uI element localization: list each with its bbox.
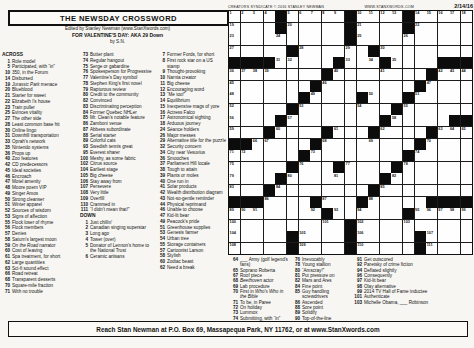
grid-cell[interactable] bbox=[264, 173, 275, 184]
grid-cell[interactable] bbox=[322, 34, 333, 45]
grid-cell[interactable]: 29 bbox=[345, 46, 356, 57]
grid-cell[interactable] bbox=[345, 139, 356, 150]
grid-cell[interactable] bbox=[426, 150, 437, 161]
grid-cell[interactable] bbox=[438, 162, 449, 173]
grid-cell[interactable] bbox=[403, 231, 414, 242]
grid-cell[interactable]: 80 bbox=[287, 173, 298, 184]
grid-cell[interactable] bbox=[380, 150, 391, 161]
grid-cell[interactable] bbox=[252, 81, 263, 92]
grid-cell[interactable] bbox=[299, 208, 310, 219]
grid-cell[interactable] bbox=[252, 243, 263, 254]
grid-cell[interactable] bbox=[333, 23, 344, 34]
grid-cell[interactable] bbox=[299, 69, 310, 80]
grid-cell[interactable] bbox=[368, 69, 379, 80]
grid-cell[interactable] bbox=[310, 69, 321, 80]
grid-cell[interactable] bbox=[415, 46, 426, 57]
grid-cell[interactable] bbox=[333, 92, 344, 103]
grid-cell[interactable] bbox=[345, 185, 356, 196]
grid-cell[interactable] bbox=[391, 23, 402, 34]
grid-cell[interactable]: 20 bbox=[287, 23, 298, 34]
grid-cell[interactable] bbox=[426, 185, 437, 196]
grid-cell[interactable]: 92 bbox=[310, 208, 321, 219]
grid-cell[interactable] bbox=[333, 34, 344, 45]
grid-cell[interactable] bbox=[380, 23, 391, 34]
grid-cell[interactable] bbox=[252, 162, 263, 173]
grid-cell[interactable] bbox=[287, 220, 298, 231]
grid-cell[interactable] bbox=[357, 46, 368, 57]
grid-cell[interactable] bbox=[322, 231, 333, 242]
grid-cell[interactable]: 62 bbox=[380, 127, 391, 138]
grid-cell[interactable]: 67 bbox=[264, 139, 275, 150]
grid-cell[interactable]: 13 bbox=[391, 11, 402, 22]
grid-cell[interactable] bbox=[275, 46, 286, 57]
grid-cell[interactable] bbox=[461, 243, 472, 254]
grid-cell[interactable]: 34 bbox=[368, 57, 379, 68]
grid-cell[interactable] bbox=[310, 23, 321, 34]
grid-cell[interactable] bbox=[310, 46, 321, 57]
grid-cell[interactable] bbox=[241, 127, 252, 138]
grid-cell[interactable] bbox=[368, 23, 379, 34]
grid-cell[interactable] bbox=[310, 243, 321, 254]
grid-cell[interactable] bbox=[368, 208, 379, 219]
grid-cell[interactable] bbox=[252, 23, 263, 34]
grid-cell[interactable]: 31 bbox=[275, 57, 286, 68]
grid-cell[interactable] bbox=[322, 173, 333, 184]
grid-cell[interactable] bbox=[380, 162, 391, 173]
grid-cell[interactable] bbox=[275, 220, 286, 231]
grid-cell[interactable] bbox=[264, 34, 275, 45]
grid-cell[interactable] bbox=[241, 81, 252, 92]
grid-cell[interactable] bbox=[403, 46, 414, 57]
grid-cell[interactable] bbox=[403, 139, 414, 150]
grid-cell[interactable] bbox=[380, 139, 391, 150]
grid-cell[interactable]: 81 bbox=[333, 173, 344, 184]
grid-cell[interactable] bbox=[287, 34, 298, 45]
grid-cell[interactable]: 23 bbox=[229, 34, 240, 45]
grid-cell[interactable]: 45 bbox=[229, 81, 240, 92]
grid-cell[interactable] bbox=[449, 92, 460, 103]
grid-cell[interactable] bbox=[368, 104, 379, 115]
grid-cell[interactable] bbox=[241, 220, 252, 231]
grid-cell[interactable] bbox=[252, 150, 263, 161]
grid-cell[interactable] bbox=[438, 220, 449, 231]
grid-cell[interactable] bbox=[426, 92, 437, 103]
grid-cell[interactable] bbox=[275, 81, 286, 92]
grid-cell[interactable] bbox=[368, 81, 379, 92]
grid-cell[interactable] bbox=[310, 173, 321, 184]
grid-cell[interactable]: 97 bbox=[438, 208, 449, 219]
grid-cell[interactable] bbox=[438, 46, 449, 57]
grid-cell[interactable]: 82 bbox=[391, 173, 402, 184]
grid-cell[interactable]: 32 bbox=[287, 57, 298, 68]
grid-cell[interactable] bbox=[345, 92, 356, 103]
grid-cell[interactable]: 44 bbox=[461, 69, 472, 80]
grid-cell[interactable] bbox=[415, 69, 426, 80]
grid-cell[interactable] bbox=[461, 34, 472, 45]
grid-cell[interactable] bbox=[275, 243, 286, 254]
grid-cell[interactable]: 99 bbox=[461, 208, 472, 219]
grid-cell[interactable] bbox=[380, 197, 391, 208]
grid-cell[interactable] bbox=[368, 173, 379, 184]
grid-cell[interactable] bbox=[415, 220, 426, 231]
grid-cell[interactable] bbox=[275, 92, 286, 103]
grid-cell[interactable]: 94 bbox=[357, 208, 368, 219]
grid-cell[interactable] bbox=[449, 81, 460, 92]
grid-cell[interactable] bbox=[461, 104, 472, 115]
grid-cell[interactable] bbox=[241, 115, 252, 126]
grid-cell[interactable] bbox=[438, 150, 449, 161]
grid-cell[interactable] bbox=[438, 231, 449, 242]
grid-cell[interactable]: 105 bbox=[299, 231, 310, 242]
grid-cell[interactable] bbox=[264, 150, 275, 161]
grid-cell[interactable] bbox=[357, 115, 368, 126]
grid-cell[interactable] bbox=[403, 127, 414, 138]
grid-cell[interactable]: 36 bbox=[229, 69, 240, 80]
grid-cell[interactable]: 108 bbox=[229, 243, 240, 254]
grid-cell[interactable] bbox=[368, 34, 379, 45]
grid-cell[interactable] bbox=[310, 185, 321, 196]
grid-cell[interactable] bbox=[345, 208, 356, 219]
grid-cell[interactable] bbox=[345, 197, 356, 208]
grid-cell[interactable] bbox=[415, 127, 426, 138]
grid-cell[interactable] bbox=[252, 231, 263, 242]
grid-cell[interactable]: 30 bbox=[380, 46, 391, 57]
grid-cell[interactable] bbox=[403, 69, 414, 80]
grid-cell[interactable] bbox=[438, 34, 449, 45]
grid-cell[interactable]: 48 bbox=[229, 92, 240, 103]
grid-cell[interactable] bbox=[357, 127, 368, 138]
grid-cell[interactable] bbox=[426, 173, 437, 184]
grid-cell[interactable] bbox=[391, 208, 402, 219]
grid-cell[interactable]: 18 bbox=[461, 11, 472, 22]
grid-cell[interactable]: 10 bbox=[357, 11, 368, 22]
grid-cell[interactable]: 88 bbox=[368, 197, 379, 208]
grid-cell[interactable] bbox=[287, 208, 298, 219]
grid-cell[interactable] bbox=[380, 104, 391, 115]
grid-cell[interactable]: 111 bbox=[426, 243, 437, 254]
grid-cell[interactable] bbox=[449, 139, 460, 150]
grid-cell[interactable]: 42 bbox=[438, 69, 449, 80]
grid-cell[interactable]: 59 bbox=[229, 127, 240, 138]
grid-cell[interactable] bbox=[345, 115, 356, 126]
grid-cell[interactable] bbox=[415, 162, 426, 173]
grid-cell[interactable]: 17 bbox=[449, 11, 460, 22]
grid-cell[interactable] bbox=[275, 69, 286, 80]
grid-cell[interactable] bbox=[264, 162, 275, 173]
grid-cell[interactable]: 15 bbox=[426, 11, 437, 22]
grid-cell[interactable] bbox=[461, 139, 472, 150]
grid-cell[interactable]: 26 bbox=[403, 34, 414, 45]
grid-cell[interactable]: 47 bbox=[426, 81, 437, 92]
grid-cell[interactable] bbox=[449, 162, 460, 173]
grid-cell[interactable] bbox=[241, 34, 252, 45]
grid-cell[interactable]: 6 bbox=[299, 11, 310, 22]
grid-cell[interactable] bbox=[438, 115, 449, 126]
grid-cell[interactable] bbox=[438, 23, 449, 34]
grid-cell[interactable] bbox=[449, 243, 460, 254]
grid-cell[interactable]: 103 bbox=[403, 220, 414, 231]
grid-cell[interactable] bbox=[287, 81, 298, 92]
grid-cell[interactable] bbox=[299, 81, 310, 92]
grid-cell[interactable]: 43 bbox=[449, 69, 460, 80]
grid-cell[interactable] bbox=[322, 185, 333, 196]
grid-cell[interactable] bbox=[391, 231, 402, 242]
grid-cell[interactable] bbox=[333, 104, 344, 115]
grid-cell[interactable] bbox=[299, 173, 310, 184]
grid-cell[interactable]: 84 bbox=[275, 185, 286, 196]
grid-cell[interactable] bbox=[310, 231, 321, 242]
grid-cell[interactable] bbox=[252, 185, 263, 196]
grid-cell[interactable]: 66 bbox=[252, 139, 263, 150]
grid-cell[interactable] bbox=[461, 231, 472, 242]
grid-cell[interactable]: 7 bbox=[310, 11, 321, 22]
grid-cell[interactable]: 57 bbox=[287, 115, 298, 126]
grid-cell[interactable]: 8 bbox=[322, 11, 333, 22]
grid-cell[interactable] bbox=[449, 220, 460, 231]
grid-cell[interactable]: 96 bbox=[426, 208, 437, 219]
grid-cell[interactable]: 89 bbox=[229, 208, 240, 219]
grid-cell[interactable] bbox=[345, 104, 356, 115]
grid-cell[interactable] bbox=[264, 220, 275, 231]
grid-cell[interactable] bbox=[299, 115, 310, 126]
grid-cell[interactable] bbox=[275, 150, 286, 161]
grid-cell[interactable] bbox=[333, 220, 344, 231]
grid-cell[interactable]: 61 bbox=[333, 127, 344, 138]
grid-cell[interactable] bbox=[299, 34, 310, 45]
grid-cell[interactable] bbox=[275, 162, 286, 173]
grid-cell[interactable]: 65 bbox=[461, 127, 472, 138]
grid-cell[interactable] bbox=[391, 139, 402, 150]
grid-cell[interactable]: 12 bbox=[380, 11, 391, 22]
grid-cell[interactable] bbox=[449, 46, 460, 57]
grid-cell[interactable] bbox=[287, 185, 298, 196]
grid-cell[interactable] bbox=[310, 115, 321, 126]
grid-cell[interactable] bbox=[403, 57, 414, 68]
grid-cell[interactable] bbox=[299, 220, 310, 231]
grid-cell[interactable] bbox=[368, 243, 379, 254]
grid-cell[interactable]: 5 bbox=[287, 11, 298, 22]
grid-cell[interactable] bbox=[461, 46, 472, 57]
grid-cell[interactable] bbox=[322, 92, 333, 103]
grid-cell[interactable] bbox=[264, 243, 275, 254]
grid-cell[interactable] bbox=[368, 231, 379, 242]
grid-cell[interactable] bbox=[322, 57, 333, 68]
grid-cell[interactable] bbox=[345, 69, 356, 80]
crossword-grid[interactable]: 1234567891011121314151617181920212223242… bbox=[228, 10, 473, 255]
grid-cell[interactable] bbox=[252, 173, 263, 184]
grid-cell[interactable] bbox=[287, 92, 298, 103]
grid-cell[interactable]: 98 bbox=[449, 208, 460, 219]
grid-cell[interactable] bbox=[449, 150, 460, 161]
grid-cell[interactable] bbox=[449, 173, 460, 184]
grid-cell[interactable] bbox=[264, 231, 275, 242]
grid-cell[interactable]: 101 bbox=[322, 220, 333, 231]
grid-cell[interactable] bbox=[461, 185, 472, 196]
grid-cell[interactable] bbox=[426, 46, 437, 57]
grid-cell[interactable] bbox=[391, 127, 402, 138]
grid-cell[interactable] bbox=[357, 69, 368, 80]
grid-cell[interactable] bbox=[287, 150, 298, 161]
grid-cell[interactable] bbox=[264, 92, 275, 103]
grid-cell[interactable] bbox=[391, 220, 402, 231]
grid-cell[interactable] bbox=[345, 173, 356, 184]
grid-cell[interactable]: 38 bbox=[252, 69, 263, 80]
grid-cell[interactable] bbox=[287, 197, 298, 208]
grid-cell[interactable]: 100 bbox=[229, 220, 240, 231]
grid-cell[interactable] bbox=[438, 92, 449, 103]
grid-cell[interactable]: 85 bbox=[380, 185, 391, 196]
grid-cell[interactable] bbox=[241, 162, 252, 173]
grid-cell[interactable] bbox=[368, 150, 379, 161]
grid-cell[interactable]: 54 bbox=[357, 104, 368, 115]
grid-cell[interactable]: 56 bbox=[229, 115, 240, 126]
grid-cell[interactable] bbox=[264, 115, 275, 126]
grid-cell[interactable]: 24 bbox=[275, 34, 286, 45]
grid-cell[interactable] bbox=[357, 57, 368, 68]
grid-cell[interactable] bbox=[426, 115, 437, 126]
grid-cell[interactable] bbox=[426, 220, 437, 231]
grid-cell[interactable] bbox=[438, 81, 449, 92]
grid-cell[interactable]: 1 bbox=[229, 11, 240, 22]
grid-cell[interactable] bbox=[299, 57, 310, 68]
grid-cell[interactable]: 71 bbox=[229, 150, 240, 161]
grid-cell[interactable] bbox=[333, 115, 344, 126]
grid-cell[interactable] bbox=[403, 185, 414, 196]
grid-cell[interactable]: 28 bbox=[299, 46, 310, 57]
grid-cell[interactable] bbox=[333, 231, 344, 242]
grid-cell[interactable]: 2 bbox=[241, 11, 252, 22]
grid-cell[interactable] bbox=[415, 185, 426, 196]
grid-cell[interactable] bbox=[310, 57, 321, 68]
grid-cell[interactable] bbox=[449, 34, 460, 45]
grid-cell[interactable] bbox=[299, 185, 310, 196]
grid-cell[interactable] bbox=[241, 243, 252, 254]
grid-cell[interactable] bbox=[241, 173, 252, 184]
grid-cell[interactable] bbox=[403, 81, 414, 92]
grid-cell[interactable] bbox=[241, 92, 252, 103]
grid-cell[interactable] bbox=[426, 162, 437, 173]
grid-cell[interactable] bbox=[275, 231, 286, 242]
grid-cell[interactable]: 33 bbox=[345, 57, 356, 68]
grid-cell[interactable] bbox=[426, 57, 437, 68]
grid-cell[interactable]: 55 bbox=[403, 104, 414, 115]
grid-cell[interactable] bbox=[299, 127, 310, 138]
grid-cell[interactable] bbox=[391, 92, 402, 103]
grid-cell[interactable]: 50 bbox=[368, 92, 379, 103]
grid-cell[interactable]: 91 bbox=[252, 208, 263, 219]
grid-cell[interactable] bbox=[403, 115, 414, 126]
grid-cell[interactable] bbox=[241, 23, 252, 34]
grid-cell[interactable] bbox=[357, 185, 368, 196]
grid-cell[interactable] bbox=[322, 46, 333, 57]
grid-cell[interactable] bbox=[287, 139, 298, 150]
grid-cell[interactable]: 58 bbox=[391, 115, 402, 126]
grid-cell[interactable] bbox=[275, 139, 286, 150]
grid-cell[interactable] bbox=[333, 46, 344, 57]
grid-cell[interactable]: 70 bbox=[426, 139, 437, 150]
grid-cell[interactable] bbox=[322, 104, 333, 115]
grid-cell[interactable] bbox=[333, 150, 344, 161]
grid-cell[interactable] bbox=[449, 231, 460, 242]
grid-cell[interactable]: 109 bbox=[299, 243, 310, 254]
grid-cell[interactable]: 107 bbox=[426, 231, 437, 242]
grid-cell[interactable] bbox=[438, 185, 449, 196]
grid-cell[interactable] bbox=[403, 243, 414, 254]
grid-cell[interactable] bbox=[415, 197, 426, 208]
grid-cell[interactable] bbox=[461, 23, 472, 34]
grid-cell[interactable]: 16 bbox=[438, 11, 449, 22]
grid-cell[interactable] bbox=[391, 243, 402, 254]
grid-cell[interactable] bbox=[322, 243, 333, 254]
grid-cell[interactable]: 11 bbox=[368, 11, 379, 22]
grid-cell[interactable]: 78 bbox=[403, 162, 414, 173]
grid-cell[interactable]: 102 bbox=[357, 220, 368, 231]
grid-cell[interactable] bbox=[322, 162, 333, 173]
grid-cell[interactable] bbox=[368, 220, 379, 231]
grid-cell[interactable] bbox=[426, 23, 437, 34]
grid-cell[interactable]: 104 bbox=[229, 231, 240, 242]
grid-cell[interactable]: 19 bbox=[229, 23, 240, 34]
grid-cell[interactable] bbox=[391, 46, 402, 57]
grid-cell[interactable] bbox=[357, 139, 368, 150]
grid-cell[interactable] bbox=[403, 197, 414, 208]
grid-cell[interactable] bbox=[415, 34, 426, 45]
grid-cell[interactable] bbox=[345, 127, 356, 138]
grid-cell[interactable] bbox=[438, 243, 449, 254]
grid-cell[interactable] bbox=[333, 139, 344, 150]
grid-cell[interactable] bbox=[299, 197, 310, 208]
grid-cell[interactable] bbox=[426, 34, 437, 45]
grid-cell[interactable] bbox=[333, 243, 344, 254]
grid-cell[interactable]: 64 bbox=[449, 127, 460, 138]
grid-cell[interactable] bbox=[357, 173, 368, 184]
grid-cell[interactable] bbox=[391, 69, 402, 80]
grid-cell[interactable] bbox=[461, 150, 472, 161]
grid-cell[interactable]: 77 bbox=[345, 162, 356, 173]
grid-cell[interactable] bbox=[275, 208, 286, 219]
grid-cell[interactable]: 90 bbox=[241, 208, 252, 219]
grid-cell[interactable]: 74 bbox=[415, 150, 426, 161]
grid-cell[interactable] bbox=[310, 127, 321, 138]
grid-cell[interactable] bbox=[345, 150, 356, 161]
grid-cell[interactable] bbox=[310, 34, 321, 45]
grid-cell[interactable] bbox=[449, 23, 460, 34]
grid-cell[interactable]: 68 bbox=[322, 139, 333, 150]
grid-cell[interactable]: 41 bbox=[380, 69, 391, 80]
grid-cell[interactable] bbox=[415, 104, 426, 115]
grid-cell[interactable] bbox=[275, 197, 286, 208]
grid-cell[interactable] bbox=[241, 104, 252, 115]
grid-cell[interactable] bbox=[461, 162, 472, 173]
grid-cell[interactable]: 76 bbox=[299, 162, 310, 173]
grid-cell[interactable] bbox=[380, 92, 391, 103]
grid-cell[interactable]: 4 bbox=[264, 11, 275, 22]
grid-cell[interactable]: 69 bbox=[368, 139, 379, 150]
grid-cell[interactable] bbox=[380, 208, 391, 219]
grid-cell[interactable] bbox=[391, 185, 402, 196]
grid-cell[interactable]: 40 bbox=[333, 69, 344, 80]
grid-cell[interactable] bbox=[322, 150, 333, 161]
grid-cell[interactable] bbox=[461, 92, 472, 103]
grid-cell[interactable] bbox=[333, 185, 344, 196]
grid-cell[interactable]: 83 bbox=[229, 185, 240, 196]
grid-cell[interactable]: 95 bbox=[415, 208, 426, 219]
grid-cell[interactable] bbox=[275, 104, 286, 115]
grid-cell[interactable] bbox=[264, 104, 275, 115]
grid-cell[interactable]: 14 bbox=[415, 11, 426, 22]
grid-cell[interactable] bbox=[310, 104, 321, 115]
grid-cell[interactable] bbox=[380, 220, 391, 231]
